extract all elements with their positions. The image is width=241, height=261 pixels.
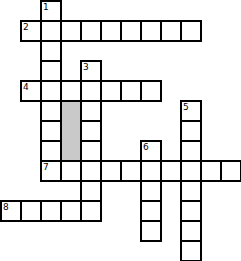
- crossword-cell[interactable]: [160, 160, 182, 182]
- crossword-cell[interactable]: [100, 160, 122, 182]
- crossword-cell[interactable]: [60, 20, 82, 42]
- clue-number: 4: [23, 83, 29, 92]
- crossword-cell[interactable]: [160, 20, 182, 42]
- crossword-cell[interactable]: [180, 180, 202, 202]
- crossword-cell[interactable]: [120, 80, 142, 102]
- crossword-cell[interactable]: [180, 240, 202, 261]
- crossword-cell[interactable]: [40, 20, 62, 42]
- clue-number: 3: [83, 63, 89, 72]
- clue-number: 8: [3, 203, 9, 212]
- clue-number: 2: [23, 23, 29, 32]
- crossword-cell[interactable]: [60, 200, 82, 222]
- clue-number: 7: [43, 163, 49, 172]
- crossword-cell[interactable]: [220, 160, 241, 182]
- crossword-cell[interactable]: [180, 160, 202, 182]
- crossword-cell[interactable]: [60, 160, 82, 182]
- crossword-cell[interactable]: [80, 140, 102, 162]
- crossword-cell[interactable]: [60, 80, 82, 102]
- crossword-cell[interactable]: [20, 200, 42, 222]
- crossword-cell[interactable]: [80, 200, 102, 222]
- crossword-cell[interactable]: [40, 120, 62, 142]
- crossword-cell[interactable]: [80, 160, 102, 182]
- clue-number: 6: [143, 143, 149, 152]
- clue-number: 5: [183, 103, 189, 112]
- crossword-cell[interactable]: [180, 140, 202, 162]
- crossword-cell[interactable]: [80, 80, 102, 102]
- crossword-cell[interactable]: [120, 20, 142, 42]
- crossword-cell[interactable]: [80, 100, 102, 122]
- crossword-cell[interactable]: [140, 220, 162, 242]
- crossword-cell[interactable]: [120, 160, 142, 182]
- clue-number: 1: [43, 3, 49, 12]
- crossword-board: 12345678: [0, 0, 241, 261]
- crossword-cell[interactable]: [40, 100, 62, 122]
- crossword-cell[interactable]: [180, 20, 202, 42]
- crossword-cell[interactable]: [140, 160, 162, 182]
- crossword-cell[interactable]: [40, 40, 62, 62]
- crossword-cell[interactable]: [140, 200, 162, 222]
- crossword-cell[interactable]: [180, 220, 202, 242]
- crossword-cell[interactable]: [140, 80, 162, 102]
- crossword-cell[interactable]: [100, 80, 122, 102]
- crossword-cell[interactable]: [100, 20, 122, 42]
- crossword-cell[interactable]: [40, 60, 62, 82]
- crossword-cell[interactable]: [200, 160, 222, 182]
- crossword-cell[interactable]: [180, 120, 202, 142]
- crossword-cell[interactable]: [80, 20, 102, 42]
- shaded-block: [60, 100, 82, 162]
- crossword-cell[interactable]: [40, 140, 62, 162]
- crossword-cell[interactable]: [40, 200, 62, 222]
- crossword-cell[interactable]: [80, 180, 102, 202]
- crossword-cell[interactable]: [140, 20, 162, 42]
- crossword-cell[interactable]: [40, 80, 62, 102]
- crossword-cell[interactable]: [80, 120, 102, 142]
- crossword-cell[interactable]: [140, 180, 162, 202]
- crossword-cell[interactable]: [180, 200, 202, 222]
